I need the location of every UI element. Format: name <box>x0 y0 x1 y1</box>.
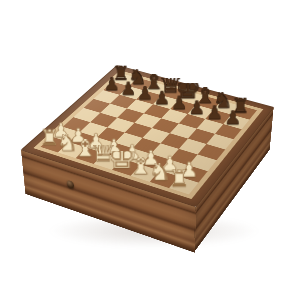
piece-black-pawn-g7: ♟ <box>205 101 225 121</box>
piece-white-pawn-f2: ♟ <box>140 146 161 167</box>
piece-black-rook-a8: ♜ <box>112 65 131 84</box>
piece-black-pawn-c7: ♟ <box>135 82 154 101</box>
piece-white-pawn-c2: ♟ <box>86 129 107 150</box>
piece-black-queen-d8: ♛ <box>161 78 180 97</box>
piece-white-king-e1: ♚ <box>111 151 132 172</box>
chess-chest: ♜♞♝♛♚♝♞♜♟♟♟♟♟♟♟♟♟♟♟♟♟♟♟♟♜♞♝♛♚♝♞♜ <box>22 66 274 207</box>
piece-white-pawn-a2: ♟ <box>51 118 71 138</box>
piece-white-pawn-d2: ♟ <box>103 135 124 156</box>
piece-black-rook-h8: ♜ <box>231 97 251 117</box>
piece-black-pawn-b7: ♟ <box>119 78 138 97</box>
piece-white-bishop-f1: ♝ <box>130 157 152 179</box>
piece-white-queen-d1: ♛ <box>93 145 114 166</box>
piece-white-pawn-e2: ♟ <box>122 140 143 161</box>
piece-black-knight-b8: ♞ <box>128 69 147 88</box>
piece-white-pawn-b2: ♟ <box>68 124 89 145</box>
piece-white-rook-a1: ♜ <box>39 128 60 149</box>
piece-white-knight-g1: ♞ <box>149 163 171 185</box>
scene: ♜♞♝♛♚♝♞♜♟♟♟♟♟♟♟♟♟♟♟♟♟♟♟♟♜♞♝♛♚♝♞♜ <box>0 0 300 300</box>
piece-white-bishop-c1: ♝ <box>75 139 96 160</box>
piece-white-pawn-h2: ♟ <box>178 157 200 179</box>
piece-black-bishop-c8: ♝ <box>144 74 163 93</box>
piece-white-rook-h1: ♜ <box>168 169 190 191</box>
piece-black-bishop-f8: ♝ <box>195 87 214 106</box>
piece-black-pawn-a7: ♟ <box>102 73 121 92</box>
piece-black-knight-g8: ♞ <box>213 92 232 111</box>
piece-white-pawn-g2: ♟ <box>159 151 180 172</box>
piece-black-pawn-d7: ♟ <box>152 87 171 106</box>
chess-set-product-photo: ♜♞♝♛♚♝♞♜♟♟♟♟♟♟♟♟♟♟♟♟♟♟♟♟♜♞♝♛♚♝♞♜ <box>0 0 300 300</box>
piece-black-king-e8: ♚ <box>178 83 197 102</box>
piece-black-pawn-e7: ♟ <box>170 92 189 111</box>
piece-white-knight-b1: ♞ <box>57 134 78 155</box>
piece-black-pawn-f7: ♟ <box>187 96 207 116</box>
piece-black-pawn-h7: ♟ <box>223 106 243 126</box>
drawer-knob <box>66 180 74 190</box>
